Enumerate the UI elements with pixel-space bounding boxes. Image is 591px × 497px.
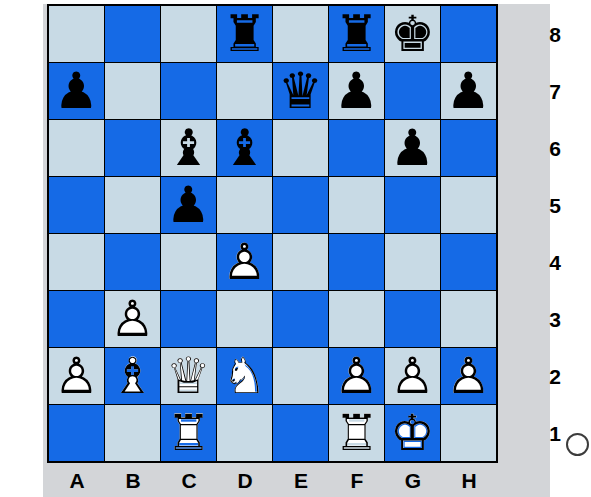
white-pawn-piece[interactable]: ♟♙ [49,348,104,404]
square-b1[interactable] [105,405,160,461]
square-b6[interactable] [105,120,160,176]
square-h1[interactable] [441,405,496,461]
board-panel: ♜♜♚♟♛♟♟♝♝♟♟♟♙♟♙♟♙♝♗♛♕♞♘♟♙♟♙♟♙♜♖♜♖♚♔ 8765… [43,4,550,497]
square-f3[interactable] [329,291,384,347]
square-g5[interactable] [385,177,440,233]
white-pawn-piece[interactable]: ♟♙ [441,348,496,404]
square-h5[interactable] [441,177,496,233]
square-f7[interactable]: ♟ [329,63,384,119]
piece-outline-layer: ♔ [385,405,440,461]
square-c6[interactable]: ♝ [161,120,216,176]
square-a3[interactable] [49,291,104,347]
square-c1[interactable]: ♜♖ [161,405,216,461]
white-knight-piece[interactable]: ♞♘ [217,348,272,404]
square-f4[interactable] [329,234,384,290]
black-pawn-piece[interactable]: ♟ [161,177,216,233]
square-b8[interactable] [105,6,160,62]
side-to-move-indicator [566,433,589,456]
square-g3[interactable] [385,291,440,347]
square-g2[interactable]: ♟♙ [385,348,440,404]
file-label-f: F [329,468,385,494]
black-pawn-piece[interactable]: ♟ [441,63,496,119]
black-queen-piece[interactable]: ♛ [273,63,328,119]
square-c2[interactable]: ♛♕ [161,348,216,404]
black-king-piece[interactable]: ♚ [385,6,440,62]
rank-label-6: 6 [543,137,567,161]
square-c8[interactable] [161,6,216,62]
square-c4[interactable] [161,234,216,290]
square-d6[interactable]: ♝ [217,120,272,176]
square-b3[interactable]: ♟♙ [105,291,160,347]
square-b4[interactable] [105,234,160,290]
square-a7[interactable]: ♟ [49,63,104,119]
square-e7[interactable]: ♛ [273,63,328,119]
file-label-h: H [441,468,497,494]
rank-label-7: 7 [543,80,567,104]
white-king-piece[interactable]: ♚♔ [385,405,440,461]
square-e8[interactable] [273,6,328,62]
white-bishop-piece[interactable]: ♝♗ [105,348,160,404]
white-pawn-piece[interactable]: ♟♙ [329,348,384,404]
rank-label-5: 5 [543,194,567,218]
file-label-a: A [49,468,105,494]
white-rook-piece[interactable]: ♜♖ [161,405,216,461]
square-a8[interactable] [49,6,104,62]
white-pawn-piece[interactable]: ♟♙ [385,348,440,404]
piece-outline-layer: ♗ [105,348,160,404]
square-h4[interactable] [441,234,496,290]
page-background: { "game": "chess", "position": { "fen": … [0,0,591,497]
square-f8[interactable]: ♜ [329,6,384,62]
black-bishop-piece[interactable]: ♝ [217,120,272,176]
file-label-b: B [105,468,161,494]
square-f6[interactable] [329,120,384,176]
file-label-c: C [161,468,217,494]
square-g1[interactable]: ♚♔ [385,405,440,461]
file-label-d: D [217,468,273,494]
black-rook-piece[interactable]: ♜ [329,6,384,62]
square-h8[interactable] [441,6,496,62]
square-a6[interactable] [49,120,104,176]
white-pawn-piece[interactable]: ♟♙ [105,291,160,347]
piece-outline-layer: ♙ [49,348,104,404]
square-d7[interactable] [217,63,272,119]
square-g4[interactable] [385,234,440,290]
square-g6[interactable]: ♟ [385,120,440,176]
square-d4[interactable]: ♟♙ [217,234,272,290]
square-h6[interactable] [441,120,496,176]
square-f2[interactable]: ♟♙ [329,348,384,404]
black-pawn-piece[interactable]: ♟ [329,63,384,119]
chess-board: ♜♜♚♟♛♟♟♝♝♟♟♟♙♟♙♟♙♝♗♛♕♞♘♟♙♟♙♟♙♜♖♜♖♚♔ [47,4,498,463]
square-d8[interactable]: ♜ [217,6,272,62]
square-b2[interactable]: ♝♗ [105,348,160,404]
square-h7[interactable]: ♟ [441,63,496,119]
square-d5[interactable] [217,177,272,233]
rank-label-1: 1 [543,422,567,446]
square-e2[interactable] [273,348,328,404]
piece-outline-layer: ♙ [105,291,160,347]
square-g7[interactable] [385,63,440,119]
file-label-g: G [385,468,441,494]
rank-label-8: 8 [543,23,567,47]
black-rook-piece[interactable]: ♜ [217,6,272,62]
piece-outline-layer: ♖ [161,405,216,461]
rank-label-2: 2 [543,365,567,389]
square-a1[interactable] [49,405,104,461]
piece-outline-layer: ♙ [441,348,496,404]
black-pawn-piece[interactable]: ♟ [385,120,440,176]
white-pawn-piece[interactable]: ♟♙ [217,234,272,290]
square-a5[interactable] [49,177,104,233]
square-e6[interactable] [273,120,328,176]
square-c5[interactable]: ♟ [161,177,216,233]
square-b5[interactable] [105,177,160,233]
square-b7[interactable] [105,63,160,119]
square-a2[interactable]: ♟♙ [49,348,104,404]
square-a4[interactable] [49,234,104,290]
square-d2[interactable]: ♞♘ [217,348,272,404]
piece-outline-layer: ♕ [161,348,216,404]
square-e3[interactable] [273,291,328,347]
piece-outline-layer: ♙ [217,234,272,290]
rank-label-3: 3 [543,308,567,332]
piece-outline-layer: ♖ [329,405,384,461]
square-f5[interactable] [329,177,384,233]
black-pawn-piece[interactable]: ♟ [49,63,104,119]
square-g8[interactable]: ♚ [385,6,440,62]
square-d1[interactable] [217,405,272,461]
piece-outline-layer: ♘ [217,348,272,404]
file-label-e: E [273,468,329,494]
square-c3[interactable] [161,291,216,347]
square-c7[interactable] [161,63,216,119]
square-f1[interactable]: ♜♖ [329,405,384,461]
white-queen-piece[interactable]: ♛♕ [161,348,216,404]
square-e1[interactable] [273,405,328,461]
piece-outline-layer: ♙ [385,348,440,404]
piece-outline-layer: ♙ [329,348,384,404]
square-h2[interactable]: ♟♙ [441,348,496,404]
white-rook-piece[interactable]: ♜♖ [329,405,384,461]
square-e4[interactable] [273,234,328,290]
square-e5[interactable] [273,177,328,233]
rank-label-4: 4 [543,251,567,275]
black-bishop-piece[interactable]: ♝ [161,120,216,176]
square-d3[interactable] [217,291,272,347]
square-h3[interactable] [441,291,496,347]
